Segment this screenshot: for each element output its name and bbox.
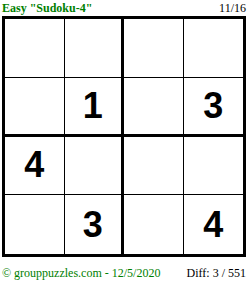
footer: © grouppuzzles.com - 12/5/2020 Diff: 3 /… [0, 266, 248, 281]
cell-r3c1: 4 [5, 137, 65, 196]
cell-r4c3[interactable] [124, 195, 184, 254]
cell-r1c1[interactable] [5, 19, 65, 78]
cell-r2c3[interactable] [124, 78, 184, 137]
page-title: Easy "Sudoku-4" [2, 1, 92, 16]
puzzle-page: Easy "Sudoku-4" 11/16 13434 © grouppuzzl… [0, 0, 248, 282]
difficulty-text: Diff: 3 / 551 [187, 266, 246, 281]
header: Easy "Sudoku-4" 11/16 [0, 0, 248, 16]
cell-r3c4[interactable] [184, 137, 244, 196]
cell-r1c2[interactable] [65, 19, 125, 78]
sudoku-grid: 13434 [2, 16, 246, 257]
cell-r1c4[interactable] [184, 19, 244, 78]
copyright-text: © grouppuzzles.com - 12/5/2020 [2, 266, 160, 281]
cell-r3c3[interactable] [124, 137, 184, 196]
cell-r1c3[interactable] [124, 19, 184, 78]
cell-r3c2[interactable] [65, 137, 125, 196]
cell-r4c2: 3 [65, 195, 125, 254]
cell-r2c1[interactable] [5, 78, 65, 137]
cell-r4c1[interactable] [5, 195, 65, 254]
cell-r2c4: 3 [184, 78, 244, 137]
cell-r2c2: 1 [65, 78, 125, 137]
page-number: 11/16 [219, 1, 246, 16]
cell-r4c4: 4 [184, 195, 244, 254]
